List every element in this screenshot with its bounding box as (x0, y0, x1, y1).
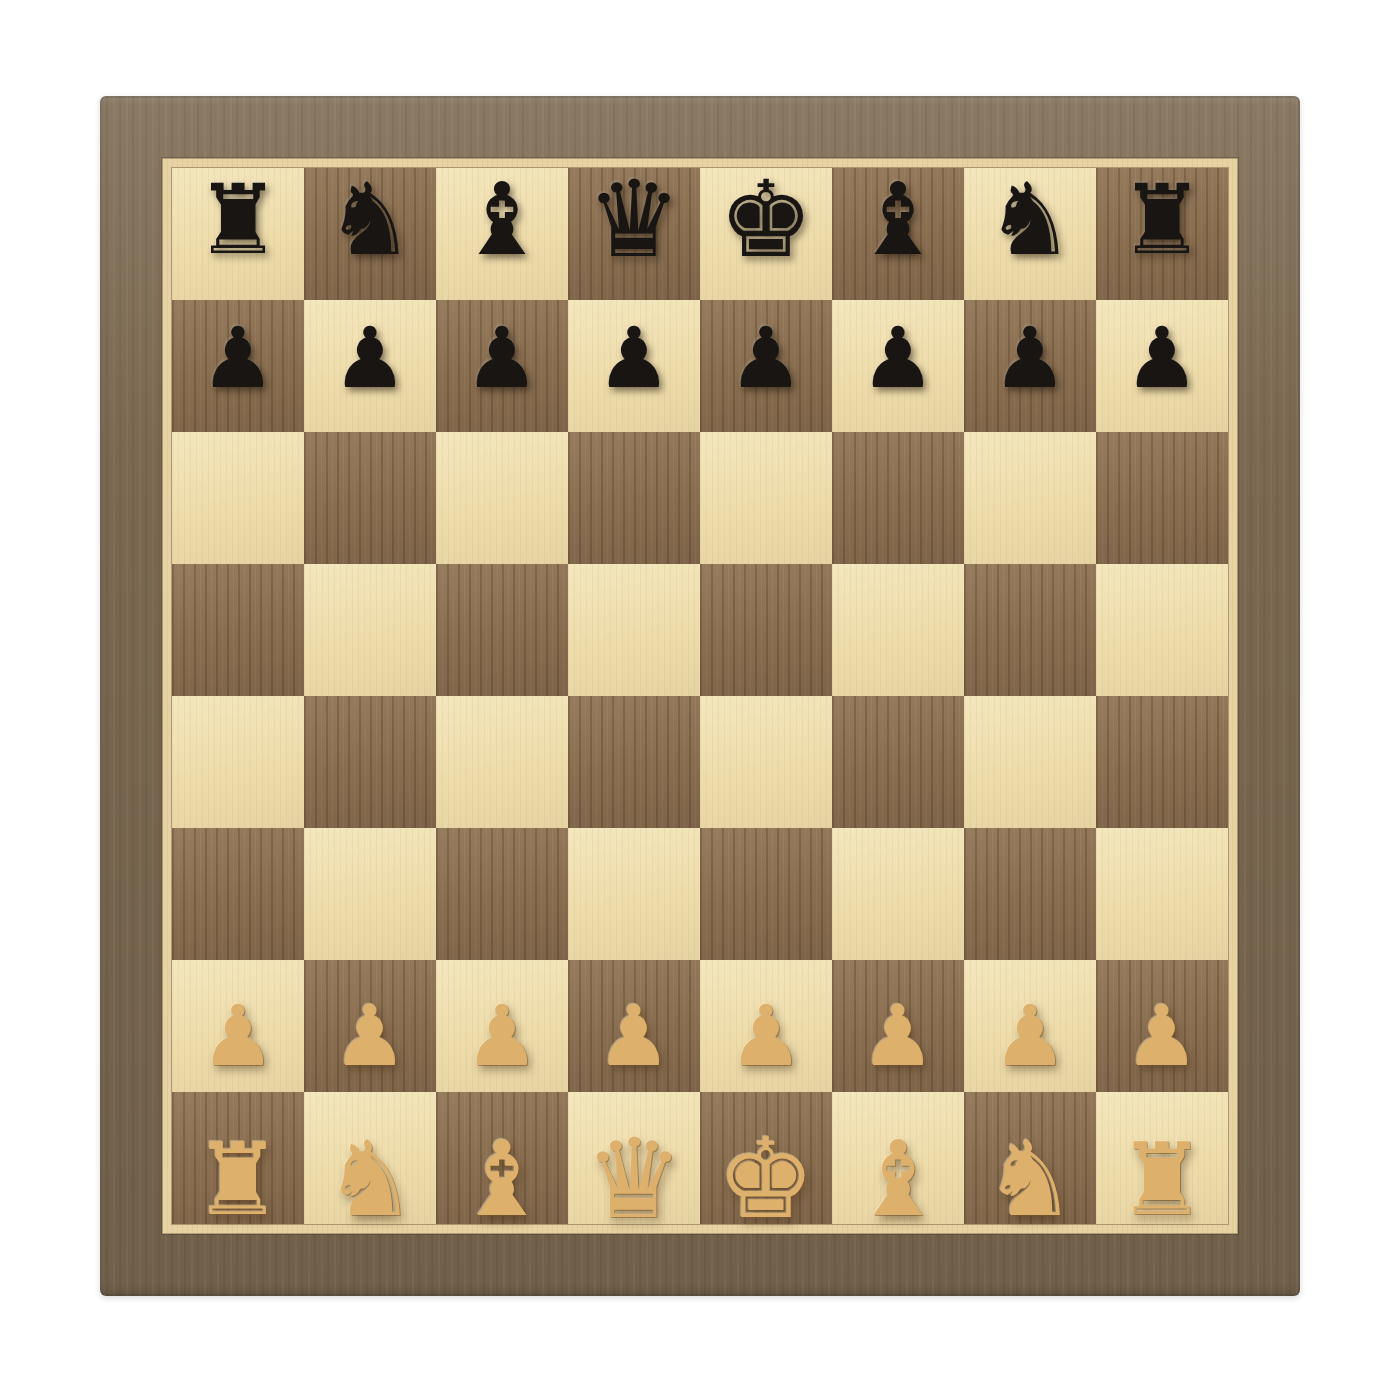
square-b8[interactable]: ♞ (304, 168, 436, 300)
white-pawn[interactable]: ♟ (436, 970, 568, 1102)
square-a2[interactable]: ♟ (172, 960, 304, 1092)
square-f1[interactable]: ♝ (832, 1092, 964, 1224)
white-pawn[interactable]: ♟ (172, 970, 304, 1102)
square-b2[interactable]: ♟ (304, 960, 436, 1092)
black-bishop[interactable]: ♝ (832, 154, 964, 286)
square-f4[interactable] (832, 696, 964, 828)
black-queen[interactable]: ♛ (568, 154, 700, 286)
square-c5[interactable] (436, 564, 568, 696)
square-f5[interactable] (832, 564, 964, 696)
square-e7[interactable]: ♟ (700, 300, 832, 432)
square-g1[interactable]: ♞ (964, 1092, 1096, 1224)
square-h1[interactable]: ♜ (1096, 1092, 1228, 1224)
square-d6[interactable] (568, 432, 700, 564)
square-d7[interactable]: ♟ (568, 300, 700, 432)
square-e1[interactable]: ♚ (700, 1092, 832, 1224)
white-pawn[interactable]: ♟ (832, 970, 964, 1102)
square-h6[interactable] (1096, 432, 1228, 564)
black-pawn[interactable]: ♟ (700, 292, 832, 424)
square-a5[interactable] (172, 564, 304, 696)
square-c4[interactable] (436, 696, 568, 828)
square-d1[interactable]: ♛ (568, 1092, 700, 1224)
square-a4[interactable] (172, 696, 304, 828)
black-knight[interactable]: ♞ (964, 154, 1096, 286)
square-c6[interactable] (436, 432, 568, 564)
black-pawn[interactable]: ♟ (304, 292, 436, 424)
white-bishop[interactable]: ♝ (829, 1111, 966, 1248)
square-d5[interactable] (568, 564, 700, 696)
board-frame: ♜♞♝♛♚♝♞♜♟♟♟♟♟♟♟♟♟♟♟♟♟♟♟♟♜♞♝♛♚♝♞♜ (100, 96, 1300, 1296)
white-bishop[interactable]: ♝ (433, 1111, 570, 1248)
black-pawn[interactable]: ♟ (832, 292, 964, 424)
square-c7[interactable]: ♟ (436, 300, 568, 432)
white-knight[interactable]: ♞ (301, 1111, 438, 1248)
white-pawn[interactable]: ♟ (568, 970, 700, 1102)
white-pawn[interactable]: ♟ (304, 970, 436, 1102)
square-g7[interactable]: ♟ (964, 300, 1096, 432)
square-h3[interactable] (1096, 828, 1228, 960)
black-rook[interactable]: ♜ (172, 154, 304, 286)
black-pawn[interactable]: ♟ (172, 292, 304, 424)
square-b7[interactable]: ♟ (304, 300, 436, 432)
square-a7[interactable]: ♟ (172, 300, 304, 432)
square-a6[interactable] (172, 432, 304, 564)
square-g5[interactable] (964, 564, 1096, 696)
square-b4[interactable] (304, 696, 436, 828)
white-rook[interactable]: ♜ (169, 1111, 306, 1248)
square-c8[interactable]: ♝ (436, 168, 568, 300)
white-rook[interactable]: ♜ (1093, 1111, 1230, 1248)
square-f7[interactable]: ♟ (832, 300, 964, 432)
black-pawn[interactable]: ♟ (964, 292, 1096, 424)
board-inner-margin: ♜♞♝♛♚♝♞♜♟♟♟♟♟♟♟♟♟♟♟♟♟♟♟♟♜♞♝♛♚♝♞♜ (162, 158, 1238, 1234)
square-f8[interactable]: ♝ (832, 168, 964, 300)
square-h2[interactable]: ♟ (1096, 960, 1228, 1092)
square-e4[interactable] (700, 696, 832, 828)
square-d2[interactable]: ♟ (568, 960, 700, 1092)
square-c1[interactable]: ♝ (436, 1092, 568, 1224)
square-e8[interactable]: ♚ (700, 168, 832, 300)
white-pawn[interactable]: ♟ (964, 970, 1096, 1102)
white-king[interactable]: ♚ (697, 1111, 834, 1248)
chess-board-photo: ♜♞♝♛♚♝♞♜♟♟♟♟♟♟♟♟♟♟♟♟♟♟♟♟♜♞♝♛♚♝♞♜ (100, 96, 1300, 1296)
square-e6[interactable] (700, 432, 832, 564)
square-b6[interactable] (304, 432, 436, 564)
square-e3[interactable] (700, 828, 832, 960)
square-f6[interactable] (832, 432, 964, 564)
square-h8[interactable]: ♜ (1096, 168, 1228, 300)
black-pawn[interactable]: ♟ (1096, 292, 1228, 424)
square-e2[interactable]: ♟ (700, 960, 832, 1092)
square-g3[interactable] (964, 828, 1096, 960)
black-knight[interactable]: ♞ (304, 154, 436, 286)
black-rook[interactable]: ♜ (1096, 154, 1228, 286)
square-d8[interactable]: ♛ (568, 168, 700, 300)
page: { "game": "chess", "scene": "Overhead ph… (0, 0, 1400, 1400)
square-c3[interactable] (436, 828, 568, 960)
square-d4[interactable] (568, 696, 700, 828)
white-pawn[interactable]: ♟ (700, 970, 832, 1102)
square-g2[interactable]: ♟ (964, 960, 1096, 1092)
square-g8[interactable]: ♞ (964, 168, 1096, 300)
square-e5[interactable] (700, 564, 832, 696)
black-king[interactable]: ♚ (700, 154, 832, 286)
square-a3[interactable] (172, 828, 304, 960)
white-pawn[interactable]: ♟ (1096, 970, 1228, 1102)
square-a8[interactable]: ♜ (172, 168, 304, 300)
square-a1[interactable]: ♜ (172, 1092, 304, 1224)
square-c2[interactable]: ♟ (436, 960, 568, 1092)
square-b3[interactable] (304, 828, 436, 960)
black-pawn[interactable]: ♟ (568, 292, 700, 424)
chess-board: ♜♞♝♛♚♝♞♜♟♟♟♟♟♟♟♟♟♟♟♟♟♟♟♟♜♞♝♛♚♝♞♜ (172, 168, 1228, 1224)
black-bishop[interactable]: ♝ (436, 154, 568, 286)
square-b5[interactable] (304, 564, 436, 696)
square-g4[interactable] (964, 696, 1096, 828)
square-g6[interactable] (964, 432, 1096, 564)
square-h5[interactable] (1096, 564, 1228, 696)
square-b1[interactable]: ♞ (304, 1092, 436, 1224)
white-queen[interactable]: ♛ (565, 1111, 702, 1248)
square-f3[interactable] (832, 828, 964, 960)
black-pawn[interactable]: ♟ (436, 292, 568, 424)
square-h7[interactable]: ♟ (1096, 300, 1228, 432)
white-knight[interactable]: ♞ (961, 1111, 1098, 1248)
square-f2[interactable]: ♟ (832, 960, 964, 1092)
square-h4[interactable] (1096, 696, 1228, 828)
square-d3[interactable] (568, 828, 700, 960)
